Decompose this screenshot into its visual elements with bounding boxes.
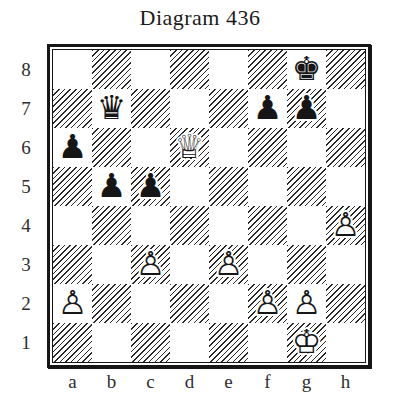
white-pawn-piece: ♟♙ — [326, 206, 365, 245]
square-h1 — [326, 323, 365, 362]
white-pawn-piece: ♟♙ — [131, 245, 170, 284]
square-d3 — [170, 245, 209, 284]
square-h5 — [326, 167, 365, 206]
black-pawn-icon: ♟ — [287, 89, 326, 128]
square-a1 — [53, 323, 92, 362]
square-d5 — [170, 167, 209, 206]
white-pawn-piece: ♟♙ — [248, 284, 287, 323]
square-e6 — [209, 128, 248, 167]
square-a7 — [53, 89, 92, 128]
square-g7: ♟ — [287, 89, 326, 128]
square-b7: ♛ — [92, 89, 131, 128]
square-c1 — [131, 323, 170, 362]
black-queen-piece: ♛ — [92, 89, 131, 128]
black-pawn-icon: ♟ — [53, 128, 92, 167]
square-b8 — [92, 50, 131, 89]
square-h2 — [326, 284, 365, 323]
square-b1 — [92, 323, 131, 362]
rank-label-3: 3 — [14, 245, 38, 284]
square-f7: ♟ — [248, 89, 287, 128]
square-b6 — [92, 128, 131, 167]
square-c7 — [131, 89, 170, 128]
square-a6: ♟ — [53, 128, 92, 167]
white-pawn-piece: ♟♙ — [209, 245, 248, 284]
square-b4 — [92, 206, 131, 245]
square-d7 — [170, 89, 209, 128]
square-a2: ♟♙ — [53, 284, 92, 323]
file-labels: abcdefgh — [53, 370, 365, 394]
square-d2 — [170, 284, 209, 323]
file-label-h: h — [326, 370, 365, 394]
file-label-e: e — [209, 370, 248, 394]
square-a8 — [53, 50, 92, 89]
square-c4 — [131, 206, 170, 245]
white-queen-piece: ♛♕ — [170, 128, 209, 167]
square-d8 — [170, 50, 209, 89]
square-h3 — [326, 245, 365, 284]
square-f8 — [248, 50, 287, 89]
white-king-piece: ♚♔ — [287, 323, 326, 362]
square-b2 — [92, 284, 131, 323]
square-e8 — [209, 50, 248, 89]
square-e2 — [209, 284, 248, 323]
rank-label-7: 7 — [14, 89, 38, 128]
square-f5 — [248, 167, 287, 206]
file-label-d: d — [170, 370, 209, 394]
rank-label-6: 6 — [14, 128, 38, 167]
black-queen-icon: ♛ — [92, 89, 131, 128]
black-pawn-piece: ♟ — [92, 167, 131, 206]
black-pawn-piece: ♟ — [53, 128, 92, 167]
square-a4 — [53, 206, 92, 245]
square-g3 — [287, 245, 326, 284]
square-e7 — [209, 89, 248, 128]
square-d4 — [170, 206, 209, 245]
square-f4 — [248, 206, 287, 245]
rank-label-8: 8 — [14, 50, 38, 89]
square-g6 — [287, 128, 326, 167]
square-g8: ♚ — [287, 50, 326, 89]
diagram-title: Diagram 436 — [0, 5, 400, 31]
square-g5 — [287, 167, 326, 206]
square-g4 — [287, 206, 326, 245]
black-pawn-icon: ♟ — [248, 89, 287, 128]
square-e3: ♟♙ — [209, 245, 248, 284]
board-grid: ♚♛♟♟♟♛♕♟♟♟♙♟♙♟♙♟♙♟♙♟♙♚♔ — [53, 50, 365, 362]
black-king-icon: ♚ — [287, 50, 326, 89]
square-f3 — [248, 245, 287, 284]
square-c8 — [131, 50, 170, 89]
file-label-g: g — [287, 370, 326, 394]
square-a5 — [53, 167, 92, 206]
black-pawn-icon: ♟ — [131, 167, 170, 206]
black-pawn-icon: ♟ — [92, 167, 131, 206]
square-c2 — [131, 284, 170, 323]
rank-label-4: 4 — [14, 206, 38, 245]
square-h7 — [326, 89, 365, 128]
white-pawn-piece: ♟♙ — [287, 284, 326, 323]
square-b5: ♟ — [92, 167, 131, 206]
square-a3 — [53, 245, 92, 284]
file-label-b: b — [92, 370, 131, 394]
white-pawn-piece: ♟♙ — [53, 284, 92, 323]
file-label-a: a — [53, 370, 92, 394]
rank-label-1: 1 — [14, 323, 38, 362]
square-f1 — [248, 323, 287, 362]
square-g1: ♚♔ — [287, 323, 326, 362]
square-h4: ♟♙ — [326, 206, 365, 245]
square-e5 — [209, 167, 248, 206]
square-e4 — [209, 206, 248, 245]
chess-board: ♚♛♟♟♟♛♕♟♟♟♙♟♙♟♙♟♙♟♙♟♙♚♔ — [47, 44, 371, 368]
square-b3 — [92, 245, 131, 284]
square-g2: ♟♙ — [287, 284, 326, 323]
rank-label-2: 2 — [14, 284, 38, 323]
rank-label-5: 5 — [14, 167, 38, 206]
square-f6 — [248, 128, 287, 167]
square-h6 — [326, 128, 365, 167]
square-d6: ♛♕ — [170, 128, 209, 167]
square-c6 — [131, 128, 170, 167]
file-label-c: c — [131, 370, 170, 394]
file-label-f: f — [248, 370, 287, 394]
square-h8 — [326, 50, 365, 89]
black-pawn-piece: ♟ — [131, 167, 170, 206]
rank-labels: 87654321 — [14, 50, 38, 362]
black-pawn-piece: ♟ — [248, 89, 287, 128]
square-f2: ♟♙ — [248, 284, 287, 323]
square-c3: ♟♙ — [131, 245, 170, 284]
square-e1 — [209, 323, 248, 362]
square-d1 — [170, 323, 209, 362]
black-pawn-piece: ♟ — [287, 89, 326, 128]
square-c5: ♟ — [131, 167, 170, 206]
black-king-piece: ♚ — [287, 50, 326, 89]
